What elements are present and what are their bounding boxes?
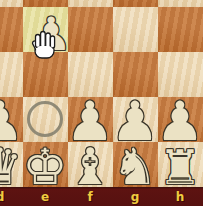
piece-white-king[interactable]: ♚: [23, 144, 68, 187]
chess-app-window: ♟♟♟♟♟♛♚♝♞♜ defgh: [0, 0, 203, 206]
file-label-g: g: [113, 189, 158, 205]
square-g4[interactable]: [113, 7, 158, 52]
piece-white-knight[interactable]: ♞: [113, 144, 158, 187]
square-f2[interactable]: ♟: [68, 97, 113, 142]
square-h2[interactable]: ♟: [158, 97, 203, 142]
square-f1[interactable]: ♝: [68, 142, 113, 187]
piece-white-rook[interactable]: ♜: [158, 144, 203, 187]
piece-white-bishop[interactable]: ♝: [68, 144, 113, 187]
piece-white-pawn[interactable]: ♟: [158, 99, 203, 144]
grab-cursor-icon: [31, 28, 58, 62]
square-e2[interactable]: [23, 97, 68, 142]
square-h4[interactable]: [158, 7, 203, 52]
square-d1[interactable]: ♛: [0, 142, 23, 187]
square-d4[interactable]: [0, 7, 23, 52]
square-f5[interactable]: [68, 0, 113, 7]
square-d2[interactable]: ♟: [0, 97, 23, 142]
square-d5[interactable]: [0, 0, 23, 7]
square-e1[interactable]: ♚: [23, 142, 68, 187]
square-f4[interactable]: [68, 7, 113, 52]
square-g1[interactable]: ♞: [113, 142, 158, 187]
square-g2[interactable]: ♟: [113, 97, 158, 142]
move-origin-circle: [27, 101, 63, 137]
file-label-f: f: [68, 189, 113, 205]
file-label-e: e: [23, 189, 68, 205]
square-h1[interactable]: ♜: [158, 142, 203, 187]
square-g5[interactable]: [113, 0, 158, 7]
piece-white-queen[interactable]: ♛: [0, 144, 23, 187]
file-label-h: h: [158, 189, 203, 205]
file-label-d: d: [0, 189, 23, 205]
file-label-bar: defgh: [0, 187, 203, 206]
square-h5[interactable]: [158, 0, 203, 7]
